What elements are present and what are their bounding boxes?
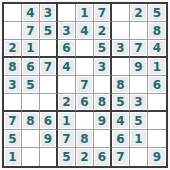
sudoku-cell-r7c6[interactable]: 9: [94, 112, 112, 130]
sudoku-cell-r2c9[interactable]: 8: [148, 22, 166, 40]
sudoku-cell-r3c7[interactable]: 3: [112, 40, 130, 58]
sudoku-cell-r3c8[interactable]: 7: [130, 40, 148, 58]
sudoku-cell-r3c1[interactable]: 2: [4, 40, 22, 58]
sudoku-cell-r3c4[interactable]: 6: [58, 40, 76, 58]
sudoku-cell-r6c7[interactable]: 5: [112, 94, 130, 112]
sudoku-cell-r6c5[interactable]: 6: [76, 94, 94, 112]
sudoku-cell-r8c8[interactable]: 1: [130, 130, 148, 148]
sudoku-cell-r4c8[interactable]: 9: [130, 58, 148, 76]
sudoku-cell-r5c7[interactable]: 8: [112, 76, 130, 94]
sudoku-cell-r1c8[interactable]: 2: [130, 4, 148, 22]
sudoku-cell-r3c3[interactable]: [40, 40, 58, 58]
sudoku-cell-r2c3[interactable]: 5: [40, 22, 58, 40]
sudoku-cell-r8c7[interactable]: 6: [112, 130, 130, 148]
sudoku-cell-r5c3[interactable]: [40, 76, 58, 94]
sudoku-cell-r6c3[interactable]: [40, 94, 58, 112]
sudoku-cell-r1c5[interactable]: 1: [76, 4, 94, 22]
sudoku-cell-r7c3[interactable]: 6: [40, 112, 58, 130]
sudoku-cell-r5c1[interactable]: 3: [4, 76, 22, 94]
sudoku-cell-r2c5[interactable]: 4: [76, 22, 94, 40]
sudoku-cell-r3c2[interactable]: 1: [22, 40, 40, 58]
sudoku-cell-r5c4[interactable]: [58, 76, 76, 94]
sudoku-cell-r8c9[interactable]: [148, 130, 166, 148]
sudoku-cell-r6c9[interactable]: [148, 94, 166, 112]
sudoku-board: 4317257534282165374867439135786268537861…: [2, 2, 168, 168]
sudoku-cell-r8c5[interactable]: 8: [76, 130, 94, 148]
sudoku-cell-r5c9[interactable]: 6: [148, 76, 166, 94]
sudoku-cell-r6c6[interactable]: 8: [94, 94, 112, 112]
sudoku-cell-r4c4[interactable]: 4: [58, 58, 76, 76]
sudoku-cell-r9c1[interactable]: 1: [4, 148, 22, 166]
sudoku-cell-r8c3[interactable]: 9: [40, 130, 58, 148]
sudoku-cell-r6c4[interactable]: 2: [58, 94, 76, 112]
sudoku-cell-r7c8[interactable]: 5: [130, 112, 148, 130]
sudoku-cell-r4c9[interactable]: 1: [148, 58, 166, 76]
sudoku-cell-r9c5[interactable]: 2: [76, 148, 94, 166]
sudoku-cell-r7c7[interactable]: 4: [112, 112, 130, 130]
sudoku-cell-r1c3[interactable]: 3: [40, 4, 58, 22]
sudoku-cell-r7c1[interactable]: 7: [4, 112, 22, 130]
sudoku-cell-r3c6[interactable]: 5: [94, 40, 112, 58]
sudoku-cell-r4c2[interactable]: 6: [22, 58, 40, 76]
sudoku-cell-r2c1[interactable]: [4, 22, 22, 40]
sudoku-cell-r5c5[interactable]: 7: [76, 76, 94, 94]
sudoku-cell-r9c2[interactable]: [22, 148, 40, 166]
sudoku-cell-r9c8[interactable]: [130, 148, 148, 166]
sudoku-cell-r2c7[interactable]: [112, 22, 130, 40]
sudoku-cell-r8c6[interactable]: [94, 130, 112, 148]
sudoku-cell-r2c6[interactable]: 2: [94, 22, 112, 40]
sudoku-cell-r4c7[interactable]: [112, 58, 130, 76]
sudoku-cell-r9c3[interactable]: [40, 148, 58, 166]
sudoku-cell-r7c2[interactable]: 8: [22, 112, 40, 130]
sudoku-cell-r7c5[interactable]: [76, 112, 94, 130]
sudoku-cell-r5c6[interactable]: [94, 76, 112, 94]
sudoku-cell-r2c2[interactable]: 7: [22, 22, 40, 40]
sudoku-cell-r5c8[interactable]: [130, 76, 148, 94]
sudoku-cell-r6c2[interactable]: [22, 94, 40, 112]
page: 4317257534282165374867439135786268537861…: [0, 0, 170, 170]
sudoku-cell-r1c7[interactable]: [112, 4, 130, 22]
sudoku-cell-r8c2[interactable]: [22, 130, 40, 148]
sudoku-cell-r3c9[interactable]: 4: [148, 40, 166, 58]
sudoku-cell-r1c9[interactable]: 5: [148, 4, 166, 22]
sudoku-cell-r9c9[interactable]: 9: [148, 148, 166, 166]
sudoku-cell-r2c4[interactable]: 3: [58, 22, 76, 40]
sudoku-cell-r1c1[interactable]: [4, 4, 22, 22]
sudoku-cell-r4c3[interactable]: 7: [40, 58, 58, 76]
sudoku-cell-r9c6[interactable]: 6: [94, 148, 112, 166]
sudoku-cell-r5c2[interactable]: 5: [22, 76, 40, 94]
sudoku-cell-r9c4[interactable]: 5: [58, 148, 76, 166]
sudoku-cell-r3c5[interactable]: [76, 40, 94, 58]
sudoku-cell-r6c8[interactable]: 3: [130, 94, 148, 112]
sudoku-cell-r4c5[interactable]: [76, 58, 94, 76]
sudoku-cell-r4c1[interactable]: 8: [4, 58, 22, 76]
sudoku-cell-r4c6[interactable]: 3: [94, 58, 112, 76]
sudoku-cell-r1c2[interactable]: 4: [22, 4, 40, 22]
sudoku-cell-r9c7[interactable]: 7: [112, 148, 130, 166]
sudoku-cell-r1c6[interactable]: 7: [94, 4, 112, 22]
sudoku-cell-r8c1[interactable]: 5: [4, 130, 22, 148]
sudoku-cell-r7c9[interactable]: [148, 112, 166, 130]
sudoku-cell-r1c4[interactable]: [58, 4, 76, 22]
sudoku-cell-r2c8[interactable]: [130, 22, 148, 40]
sudoku-cell-r8c4[interactable]: 7: [58, 130, 76, 148]
sudoku-cell-r7c4[interactable]: 1: [58, 112, 76, 130]
sudoku-cell-r6c1[interactable]: [4, 94, 22, 112]
